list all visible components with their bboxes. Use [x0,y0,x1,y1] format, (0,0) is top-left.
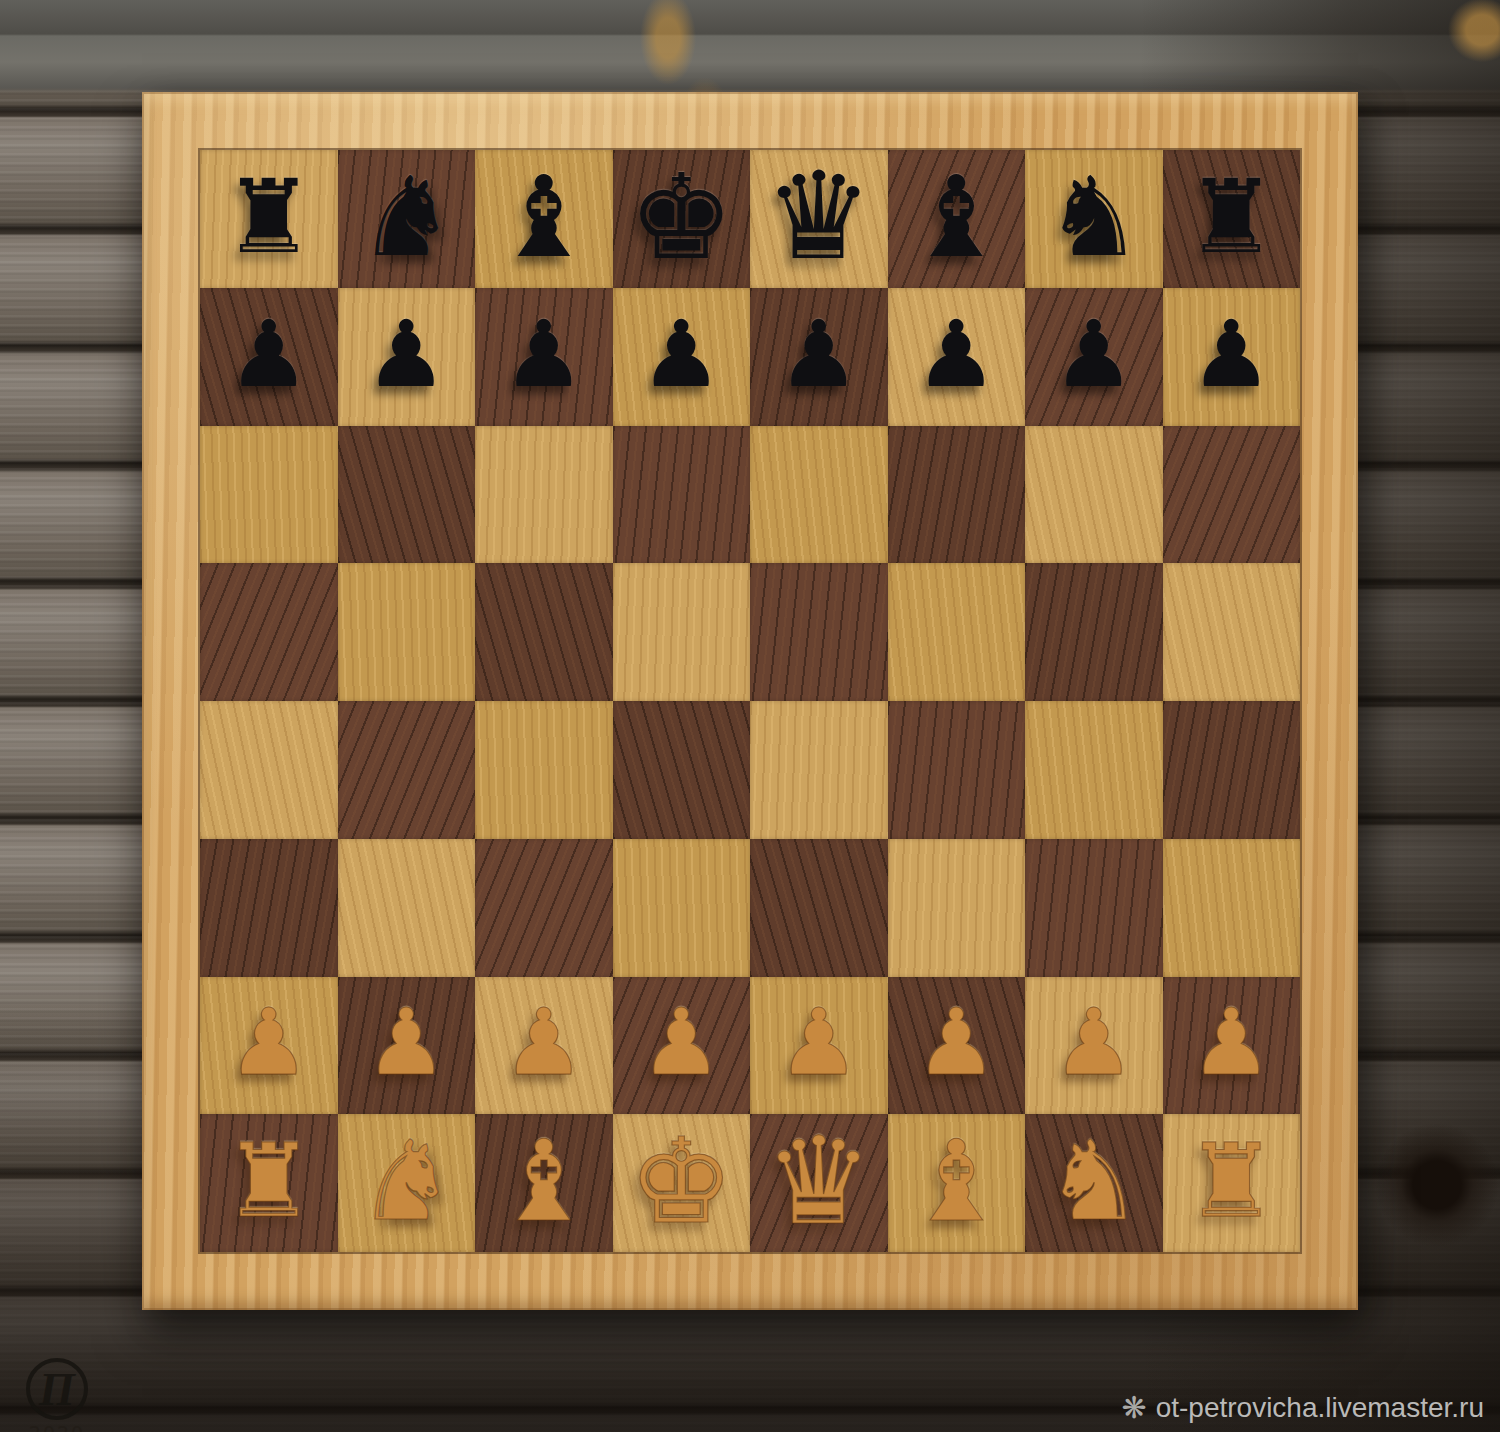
maker-logo: П 2020 [12,1358,102,1432]
square-c4 [475,701,613,839]
maker-monogram-letter: П [39,1363,75,1416]
square-f3 [888,839,1026,977]
square-e1: ♛ [750,1114,888,1252]
square-c7: ♟ [475,288,613,426]
piece-white-rook: ♜ [1186,1130,1277,1232]
piece-white-pawn: ♟ [228,997,310,1089]
square-d4 [613,701,751,839]
chess-board-frame: ♜♞♝♚♛♝♞♜♟♟♟♟♟♟♟♟♟♟♟♟♟♟♟♟♜♞♝♚♛♝♞♜ [142,92,1358,1310]
square-e8: ♛ [750,150,888,288]
piece-white-rook: ♜ [223,1130,314,1232]
piece-black-rook: ♜ [1186,166,1277,268]
maker-monogram-icon: П [26,1358,88,1420]
square-g6 [1025,426,1163,564]
square-b6 [338,426,476,564]
square-h5 [1163,563,1301,701]
square-g3 [1025,839,1163,977]
square-b8: ♞ [338,150,476,288]
square-g4 [1025,701,1163,839]
square-a7: ♟ [200,288,338,426]
piece-black-pawn: ♟ [778,309,860,401]
square-a3 [200,839,338,977]
square-c8: ♝ [475,150,613,288]
square-h4 [1163,701,1301,839]
snowflake-icon: ❋ [1122,1393,1147,1423]
piece-white-pawn: ♟ [365,997,447,1089]
square-h3 [1163,839,1301,977]
watermark-text: ot-petrovicha.livemaster.ru [1156,1392,1484,1424]
piece-white-king: ♚ [628,1122,734,1240]
square-f2: ♟ [888,977,1026,1115]
square-f6 [888,426,1026,564]
chess-board: ♜♞♝♚♛♝♞♜♟♟♟♟♟♟♟♟♟♟♟♟♟♟♟♟♜♞♝♚♛♝♞♜ [200,150,1300,1252]
piece-white-pawn: ♟ [1190,997,1272,1089]
square-a4 [200,701,338,839]
piece-black-knight: ♞ [1044,162,1143,272]
piece-black-pawn: ♟ [1053,309,1135,401]
square-g8: ♞ [1025,150,1163,288]
square-f1: ♝ [888,1114,1026,1252]
square-f5 [888,563,1026,701]
piece-white-pawn: ♟ [503,997,585,1089]
square-d2: ♟ [613,977,751,1115]
square-g7: ♟ [1025,288,1163,426]
square-c6 [475,426,613,564]
square-g2: ♟ [1025,977,1163,1115]
piece-white-pawn: ♟ [778,997,860,1089]
square-e2: ♟ [750,977,888,1115]
piece-black-rook: ♜ [223,166,314,268]
square-b3 [338,839,476,977]
square-d6 [613,426,751,564]
square-b7: ♟ [338,288,476,426]
square-b1: ♞ [338,1114,476,1252]
square-h6 [1163,426,1301,564]
square-e4 [750,701,888,839]
square-c1: ♝ [475,1114,613,1252]
piece-white-pawn: ♟ [1053,997,1135,1089]
piece-black-pawn: ♟ [1190,309,1272,401]
square-a2: ♟ [200,977,338,1115]
square-a1: ♜ [200,1114,338,1252]
square-b5 [338,563,476,701]
piece-black-queen: ♛ [765,156,873,277]
piece-black-bishop: ♝ [906,161,1006,273]
piece-white-pawn: ♟ [640,997,722,1089]
piece-black-bishop: ♝ [494,161,594,273]
square-d5 [613,563,751,701]
square-a5 [200,563,338,701]
piece-white-knight: ♞ [357,1126,456,1236]
piece-white-bishop: ♝ [494,1125,594,1237]
square-e7: ♟ [750,288,888,426]
square-h8: ♜ [1163,150,1301,288]
square-d3 [613,839,751,977]
piece-white-knight: ♞ [1044,1126,1143,1236]
square-e5 [750,563,888,701]
piece-white-bishop: ♝ [906,1125,1006,1237]
square-h1: ♜ [1163,1114,1301,1252]
piece-white-queen: ♛ [765,1121,873,1242]
square-d1: ♚ [613,1114,751,1252]
square-h2: ♟ [1163,977,1301,1115]
square-f7: ♟ [888,288,1026,426]
piece-black-pawn: ♟ [228,309,310,401]
piece-white-pawn: ♟ [915,997,997,1089]
logo-year: 2020 [12,1422,102,1432]
piece-black-king: ♚ [628,158,734,276]
square-a8: ♜ [200,150,338,288]
square-h7: ♟ [1163,288,1301,426]
square-c2: ♟ [475,977,613,1115]
watermark: ❋ ot-petrovicha.livemaster.ru [1122,1392,1485,1424]
square-b2: ♟ [338,977,476,1115]
square-c5 [475,563,613,701]
barn-wood-wall: ♜♞♝♚♛♝♞♜♟♟♟♟♟♟♟♟♟♟♟♟♟♟♟♟♜♞♝♚♛♝♞♜ П 2020 … [0,0,1500,1432]
square-g5 [1025,563,1163,701]
piece-black-knight: ♞ [357,162,456,272]
piece-black-pawn: ♟ [503,309,585,401]
square-g1: ♞ [1025,1114,1163,1252]
square-c3 [475,839,613,977]
piece-black-pawn: ♟ [640,309,722,401]
square-d7: ♟ [613,288,751,426]
square-d8: ♚ [613,150,751,288]
square-b4 [338,701,476,839]
piece-black-pawn: ♟ [915,309,997,401]
piece-black-pawn: ♟ [365,309,447,401]
square-a6 [200,426,338,564]
square-f8: ♝ [888,150,1026,288]
square-e3 [750,839,888,977]
square-e6 [750,426,888,564]
square-f4 [888,701,1026,839]
